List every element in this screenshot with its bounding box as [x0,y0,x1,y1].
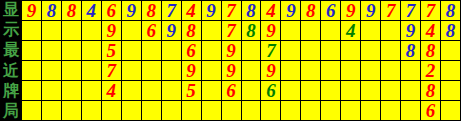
grid-cell [301,101,321,121]
grid-cell [82,81,102,101]
grid-cell: 5 [102,41,122,61]
grid-cell [441,61,461,81]
grid-cell [321,41,341,61]
grid-cell [341,101,361,121]
grid-cell [82,61,102,81]
title-char: 最 [0,40,22,60]
grid-cell [401,101,421,121]
grid-cell [321,81,341,101]
grid-cell: 7 [222,1,242,21]
grid-cell [122,61,142,81]
grid-cell [381,61,401,81]
grid-cell: 7 [401,1,421,21]
grid-cell [42,61,62,81]
grid-cell [62,41,82,61]
grid-cell [42,81,62,101]
grid-cell [301,81,321,101]
grid-cell: 9 [261,21,281,41]
grid-cell: 8 [421,41,441,61]
grid-cell [202,21,222,41]
grid-cell: 9 [222,61,242,81]
grid-cell [401,61,421,81]
grid-cell: 5 [182,81,202,101]
grid-cell [242,81,262,101]
grid-cell: 6 [261,81,281,101]
grid-cell: 4 [421,21,441,41]
grid-cell [281,21,301,41]
grid-cell [242,101,262,121]
grid-cell [82,21,102,41]
grid-cell [102,101,122,121]
grid-cell [222,101,242,121]
grid-cell [341,61,361,81]
title-char: 示 [0,20,22,40]
grid-cell: 8 [42,1,62,21]
grid-cell [381,41,401,61]
title-char: 近 [0,61,22,81]
grid-cell [381,21,401,41]
grid-cell [321,101,341,121]
grid-cell: 2 [421,61,441,81]
grid-cell: 9 [102,21,122,41]
grid-cell [162,81,182,101]
grid-cell [42,101,62,121]
grid-cell: 8 [441,1,461,21]
grid-cell: 7 [162,1,182,21]
grid-cell [22,41,42,61]
grid-cell [361,21,381,41]
grid-cell [361,101,381,121]
board-title-vertical: 显 示 最 近 牌 局 [0,0,22,121]
grid-cell: 8 [421,81,441,101]
grid-cell [301,21,321,41]
grid-cell [281,61,301,81]
grid-cell [122,41,142,61]
grid-cell: 7 [261,41,281,61]
grid-cell: 9 [361,1,381,21]
grid-cell [162,101,182,121]
grid-cell: 9 [162,21,182,41]
grid-cell: 9 [401,21,421,41]
grid-cell [42,41,62,61]
grid-cell: 9 [261,61,281,81]
grid-cell [202,81,222,101]
grid-cell: 9 [341,1,361,21]
grid-cell [242,61,262,81]
grid-cell: 7 [222,21,242,41]
grid-cell: 8 [401,41,421,61]
grid-cell: 7 [102,61,122,81]
grid-cell: 6 [222,81,242,101]
title-char: 显 [0,0,22,20]
grid-cell: 6 [421,101,441,121]
grid-cell [341,81,361,101]
grid-cell [22,21,42,41]
grid-cell [142,101,162,121]
grid-cell [122,81,142,101]
grid-cell [361,41,381,61]
grid-cell: 6 [321,1,341,21]
grid-cell [142,81,162,101]
grid-cell [261,101,281,121]
grid-cell [22,61,42,81]
grid-cell: 7 [381,1,401,21]
grid-cell [62,61,82,81]
grid-cell [142,41,162,61]
grid-cell [122,101,142,121]
grid-cell: 9 [182,61,202,81]
title-char: 牌 [0,81,22,101]
grid-cell [361,61,381,81]
grid-cell [281,41,301,61]
grid-cell: 9 [222,41,242,61]
grid-cell: 8 [441,21,461,41]
grid-cell: 6 [182,41,202,61]
results-grid: 9884698749784986997778969878949485697887… [22,0,461,121]
grid-cell [401,81,421,101]
grid-cell [301,41,321,61]
recent-results-board: 显 示 最 近 牌 局 9884698749784986997778969878… [0,0,461,121]
grid-cell [441,41,461,61]
grid-cell [42,21,62,41]
grid-cell [142,61,162,81]
grid-cell [202,41,222,61]
grid-cell [441,101,461,121]
grid-cell [381,81,401,101]
grid-cell [281,101,301,121]
grid-cell [162,61,182,81]
grid-cell: 4 [341,21,361,41]
grid-cell [122,21,142,41]
grid-cell [22,81,42,101]
grid-cell [361,81,381,101]
grid-cell: 4 [82,1,102,21]
grid-cell: 9 [22,1,42,21]
grid-cell: 8 [242,21,262,41]
grid-cell [202,101,222,121]
grid-cell [182,101,202,121]
grid-cell [82,41,102,61]
grid-cell: 8 [142,1,162,21]
grid-cell: 6 [102,1,122,21]
grid-cell: 6 [142,21,162,41]
grid-cell [301,61,321,81]
grid-cell [62,21,82,41]
grid-cell [62,81,82,101]
grid-cell [281,81,301,101]
grid-cell [82,101,102,121]
grid-cell [242,41,262,61]
grid-cell: 8 [301,1,321,21]
grid-cell [341,41,361,61]
grid-cell [441,81,461,101]
grid-cell [22,101,42,121]
grid-cell: 4 [102,81,122,101]
grid-cell [321,21,341,41]
grid-cell: 8 [182,21,202,41]
grid-cell: 4 [182,1,202,21]
grid-cell [381,101,401,121]
grid-cell [62,101,82,121]
grid-cell [162,41,182,61]
title-char: 局 [0,101,22,121]
grid-cell [321,61,341,81]
grid-cell: 8 [62,1,82,21]
grid-cell: 9 [281,1,301,21]
grid-cell: 8 [242,1,262,21]
grid-cell: 9 [202,1,222,21]
grid-cell: 7 [421,1,441,21]
grid-cell: 4 [261,1,281,21]
grid-cell [202,61,222,81]
grid-cell: 9 [122,1,142,21]
